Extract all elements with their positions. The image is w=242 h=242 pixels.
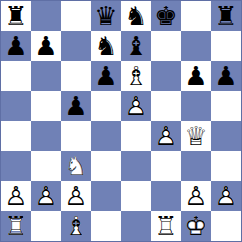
square-a2[interactable]: ♟♙ [1,181,31,211]
square-c4[interactable] [61,121,91,151]
square-b2[interactable]: ♟♙ [31,181,61,211]
square-g5[interactable] [181,91,211,121]
square-e4[interactable] [121,121,151,151]
black-pawn[interactable]: ♟ [61,91,91,121]
piece-outline: ♙ [181,181,211,211]
square-f4[interactable]: ♟♙ [151,121,181,151]
square-h7[interactable] [211,31,241,61]
piece-outline: ♕ [181,121,211,151]
square-a5[interactable] [1,91,31,121]
square-g4[interactable]: ♛♕ [181,121,211,151]
square-d2[interactable] [91,181,121,211]
piece-outline: ♔ [181,211,211,241]
piece-outline: ♘ [61,151,91,181]
square-d3[interactable] [91,151,121,181]
square-b7[interactable]: ♟ [31,31,61,61]
white-knight[interactable]: ♞♘ [61,151,91,181]
black-pawn[interactable]: ♟ [211,61,241,91]
square-e3[interactable] [121,151,151,181]
square-a1[interactable]: ♜♖ [1,211,31,241]
square-h5[interactable] [211,91,241,121]
square-f2[interactable] [151,181,181,211]
square-a7[interactable]: ♟ [1,31,31,61]
square-e2[interactable] [121,181,151,211]
square-d1[interactable] [91,211,121,241]
white-king[interactable]: ♚♔ [181,211,211,241]
black-rook[interactable]: ♜ [211,1,241,31]
square-a8[interactable]: ♜ [1,1,31,31]
square-h6[interactable]: ♟ [211,61,241,91]
square-b8[interactable] [31,1,61,31]
square-c6[interactable] [61,61,91,91]
square-e6[interactable]: ♝♗ [121,61,151,91]
square-f6[interactable] [151,61,181,91]
piece-outline: ♙ [121,91,151,121]
square-b4[interactable] [31,121,61,151]
white-pawn[interactable]: ♟♙ [181,181,211,211]
black-pawn[interactable]: ♟ [181,61,211,91]
square-g7[interactable] [181,31,211,61]
square-g1[interactable]: ♚♔ [181,211,211,241]
square-f3[interactable] [151,151,181,181]
square-e7[interactable]: ♝ [121,31,151,61]
square-c3[interactable]: ♞♘ [61,151,91,181]
square-b1[interactable] [31,211,61,241]
square-b6[interactable] [31,61,61,91]
black-rook[interactable]: ♜ [1,1,31,31]
square-g2[interactable]: ♟♙ [181,181,211,211]
square-f1[interactable]: ♜♖ [151,211,181,241]
black-king[interactable]: ♚ [151,1,181,31]
white-bishop[interactable]: ♝♗ [121,61,151,91]
square-c2[interactable]: ♟♙ [61,181,91,211]
piece-outline: ♙ [211,181,241,211]
white-rook[interactable]: ♜♖ [151,211,181,241]
square-e1[interactable] [121,211,151,241]
black-pawn[interactable]: ♟ [31,31,61,61]
black-queen[interactable]: ♛ [91,1,121,31]
black-bishop[interactable]: ♝ [121,31,151,61]
square-h2[interactable]: ♟♙ [211,181,241,211]
square-d6[interactable]: ♟ [91,61,121,91]
black-knight[interactable]: ♞ [91,31,121,61]
white-pawn[interactable]: ♟♙ [211,181,241,211]
white-bishop[interactable]: ♝♗ [61,211,91,241]
square-f5[interactable] [151,91,181,121]
square-a6[interactable] [1,61,31,91]
square-a4[interactable] [1,121,31,151]
white-queen[interactable]: ♛♕ [181,121,211,151]
piece-outline: ♙ [61,181,91,211]
black-knight[interactable]: ♞ [121,1,151,31]
white-pawn[interactable]: ♟♙ [1,181,31,211]
square-a3[interactable] [1,151,31,181]
square-f8[interactable]: ♚ [151,1,181,31]
piece-outline: ♙ [151,121,181,151]
square-h4[interactable] [211,121,241,151]
white-pawn[interactable]: ♟♙ [61,181,91,211]
square-d7[interactable]: ♞ [91,31,121,61]
piece-outline: ♖ [1,211,31,241]
square-e8[interactable]: ♞ [121,1,151,31]
square-g6[interactable]: ♟ [181,61,211,91]
square-c5[interactable]: ♟ [61,91,91,121]
chess-board: ♜♛♞♚♜♟♟♞♝♟♝♗♟♟♟♟♙♟♙♛♕♞♘♟♙♟♙♟♙♟♙♟♙♜♖♝♗♜♖♚… [0,0,242,242]
square-h3[interactable] [211,151,241,181]
square-c8[interactable] [61,1,91,31]
square-g3[interactable] [181,151,211,181]
piece-outline: ♗ [121,61,151,91]
square-b5[interactable] [31,91,61,121]
black-pawn[interactable]: ♟ [91,61,121,91]
white-pawn[interactable]: ♟♙ [121,91,151,121]
piece-outline: ♖ [151,211,181,241]
white-pawn[interactable]: ♟♙ [151,121,181,151]
square-e5[interactable]: ♟♙ [121,91,151,121]
piece-outline: ♗ [61,211,91,241]
white-pawn[interactable]: ♟♙ [31,181,61,211]
square-c7[interactable] [61,31,91,61]
square-d4[interactable] [91,121,121,151]
square-d8[interactable]: ♛ [91,1,121,31]
square-g8[interactable] [181,1,211,31]
piece-outline: ♙ [1,181,31,211]
white-rook[interactable]: ♜♖ [1,211,31,241]
square-d5[interactable] [91,91,121,121]
black-pawn[interactable]: ♟ [1,31,31,61]
square-b3[interactable] [31,151,61,181]
piece-outline: ♙ [31,181,61,211]
square-f7[interactable] [151,31,181,61]
square-c1[interactable]: ♝♗ [61,211,91,241]
square-h8[interactable]: ♜ [211,1,241,31]
square-h1[interactable] [211,211,241,241]
